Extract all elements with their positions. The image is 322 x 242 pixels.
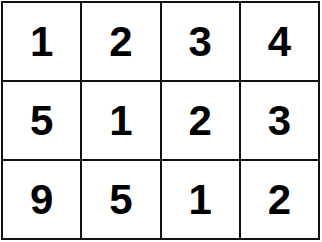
cell-number: 1 [109,100,132,142]
cell-number: 2 [188,100,211,142]
grid-cell: 9 [3,161,80,238]
cell-number: 1 [188,179,211,221]
grid-cell: 5 [82,161,159,238]
grid: 123451239512 [1,1,320,240]
cell-number: 2 [268,179,291,221]
grid-cell: 2 [82,3,159,80]
cell-number: 1 [30,21,53,63]
grid-cell: 1 [3,3,80,80]
cell-number: 5 [30,100,53,142]
grid-cell: 1 [162,161,239,238]
cell-number: 3 [188,21,211,63]
cell-number: 5 [109,179,132,221]
cell-number: 2 [109,21,132,63]
grid-cell: 4 [241,3,318,80]
grid-cell: 3 [241,82,318,159]
grid-cell: 2 [241,161,318,238]
cell-number: 4 [268,21,291,63]
grid-cell: 3 [162,3,239,80]
grid-cell: 2 [162,82,239,159]
number-grid-board: 123451239512 [1,1,320,240]
grid-cell: 1 [82,82,159,159]
grid-cell: 5 [3,82,80,159]
cell-number: 3 [268,100,291,142]
cell-number: 9 [30,179,53,221]
